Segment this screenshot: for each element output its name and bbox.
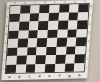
square-h4: [76, 37, 86, 46]
chess-board-mat: abcdefgh 87654321 87654321 abcdefgh: [1, 0, 93, 80]
rank-label-7: 7: [6, 13, 10, 22]
file-label-b: b: [14, 75, 24, 79]
file-label-h: h: [80, 0, 90, 3]
square-h2: [75, 54, 85, 63]
square-h5: [76, 29, 86, 38]
square-h7: [78, 12, 88, 21]
rank-label-2: 2: [85, 55, 89, 64]
rank-label-5: 5: [87, 29, 91, 38]
rank-label-3: 3: [86, 46, 90, 55]
file-label-e: e: [44, 74, 54, 78]
file-label-h: h: [74, 73, 84, 77]
file-label-c: c: [30, 1, 40, 4]
rank-label-2: 2: [2, 57, 6, 66]
file-label-d: d: [34, 74, 44, 78]
square-h1: [74, 63, 84, 72]
rank-label-1: 1: [2, 65, 6, 74]
file-label-c: c: [24, 75, 34, 79]
file-label-g: g: [70, 0, 80, 3]
square-h3: [75, 46, 85, 55]
rank-label-5: 5: [4, 31, 8, 40]
rank-label-3: 3: [3, 48, 7, 57]
rank-label-8: 8: [89, 3, 93, 12]
file-label-a: a: [10, 2, 20, 5]
file-label-e: e: [50, 1, 60, 4]
table-surface: abcdefgh 87654321 87654321 abcdefgh: [0, 0, 100, 82]
file-label-f: f: [60, 0, 70, 3]
rank-label-1: 1: [85, 63, 89, 72]
file-label-a: a: [4, 75, 14, 79]
square-h8: [78, 4, 88, 13]
file-label-g: g: [64, 74, 74, 78]
rank-label-8: 8: [6, 4, 10, 13]
chess-board-grid: [5, 3, 90, 74]
rank-label-6: 6: [88, 20, 92, 29]
rank-label-6: 6: [5, 22, 9, 31]
file-labels-bottom: abcdefgh: [4, 73, 84, 79]
square-h6: [77, 21, 87, 30]
rank-label-7: 7: [89, 11, 93, 20]
rank-label-4: 4: [87, 37, 91, 46]
file-label-b: b: [20, 1, 30, 4]
rank-label-4: 4: [4, 39, 8, 48]
file-label-f: f: [54, 74, 64, 78]
file-label-d: d: [40, 1, 50, 4]
